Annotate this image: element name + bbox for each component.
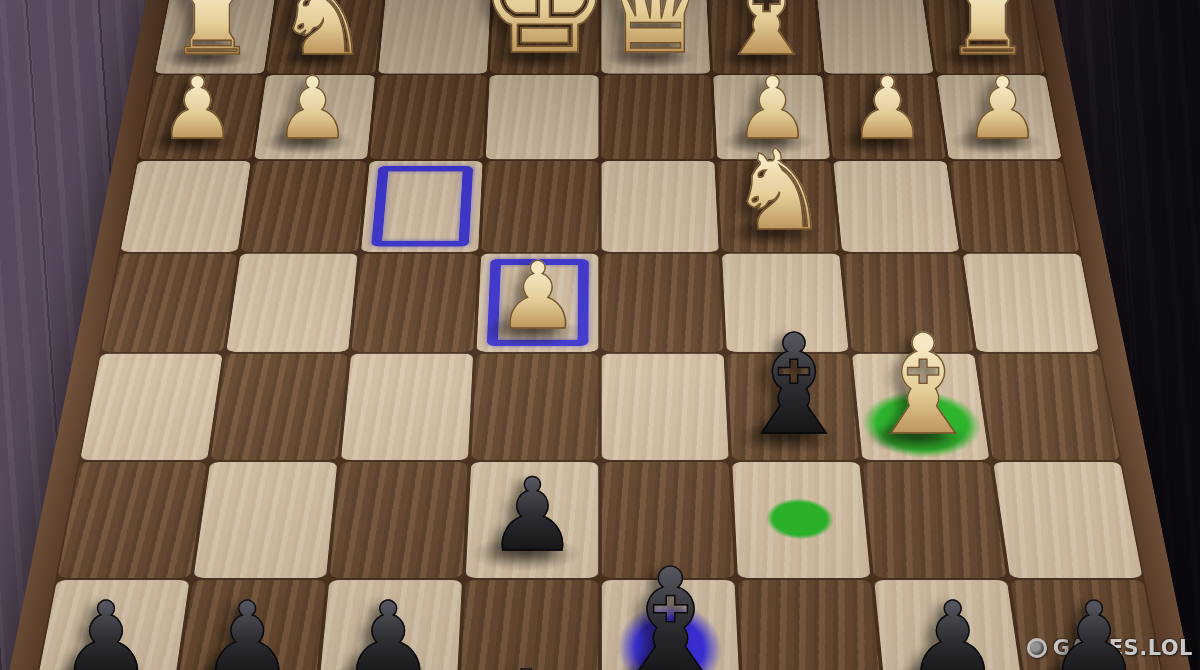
square-g4[interactable] bbox=[226, 254, 357, 352]
square-d5[interactable] bbox=[602, 354, 729, 460]
square-a6[interactable] bbox=[993, 462, 1142, 578]
chess-app-screen: ♜♞♚♛♝♜♟♟♟♟♟♞♟♝♝♟♟♟♟♝♟♟♛♚ GAMES.LOL bbox=[0, 0, 1200, 670]
square-c7[interactable] bbox=[738, 580, 883, 670]
black-bishop-c5[interactable]: ♝ bbox=[732, 317, 856, 455]
square-h4[interactable] bbox=[101, 254, 237, 352]
square-d3[interactable] bbox=[602, 161, 719, 252]
white-bishop-b5[interactable]: ♝ bbox=[862, 317, 986, 455]
square-e5[interactable] bbox=[471, 354, 598, 460]
black-pawn-f7[interactable]: ♟ bbox=[341, 588, 435, 670]
square-h5[interactable] bbox=[80, 354, 222, 460]
white-queen-d1[interactable]: ♛ bbox=[592, 0, 718, 74]
square-b3[interactable] bbox=[833, 161, 959, 252]
highlight-green-dot-c6 bbox=[765, 498, 835, 540]
black-pawn-e6[interactable]: ♟ bbox=[487, 466, 577, 567]
square-g3[interactable] bbox=[241, 161, 367, 252]
square-f3[interactable] bbox=[361, 161, 483, 252]
square-g5[interactable] bbox=[211, 354, 348, 460]
white-pawn-a2[interactable]: ♟ bbox=[964, 67, 1041, 153]
square-a3[interactable] bbox=[949, 161, 1079, 252]
square-a5[interactable] bbox=[977, 354, 1119, 460]
square-c6[interactable] bbox=[732, 462, 870, 578]
black-pawn-h7[interactable]: ♟ bbox=[59, 588, 153, 670]
white-knight-c3[interactable]: ♞ bbox=[729, 135, 829, 246]
black-king-e8[interactable]: ♚ bbox=[438, 646, 615, 670]
highlight-blue-square-outline-f3 bbox=[371, 166, 473, 246]
black-queen-d8[interactable]: ♛ bbox=[590, 654, 758, 670]
games-lol-logo-icon bbox=[1027, 638, 1047, 658]
white-pawn-h2[interactable]: ♟ bbox=[159, 67, 236, 153]
square-g6[interactable] bbox=[193, 462, 337, 578]
square-d2[interactable] bbox=[601, 75, 714, 159]
square-e3[interactable] bbox=[481, 161, 598, 252]
white-king-e1[interactable]: ♚ bbox=[478, 0, 611, 75]
square-d4[interactable] bbox=[602, 254, 724, 352]
square-b6[interactable] bbox=[863, 462, 1007, 578]
black-pawn-b7[interactable]: ♟ bbox=[906, 588, 1000, 670]
square-f6[interactable] bbox=[330, 462, 468, 578]
square-f4[interactable] bbox=[351, 254, 478, 352]
square-e2[interactable] bbox=[486, 75, 599, 159]
square-f1[interactable] bbox=[378, 0, 491, 74]
square-h3[interactable] bbox=[120, 161, 250, 252]
white-pawn-e4[interactable]: ♟ bbox=[496, 250, 579, 343]
white-pawn-b2[interactable]: ♟ bbox=[849, 67, 926, 153]
black-pawn-a7[interactable]: ♟ bbox=[1047, 588, 1141, 670]
square-f2[interactable] bbox=[370, 75, 487, 159]
square-h6[interactable] bbox=[57, 462, 206, 578]
black-pawn-g7[interactable]: ♟ bbox=[200, 588, 294, 670]
white-pawn-g2[interactable]: ♟ bbox=[274, 67, 351, 153]
square-f5[interactable] bbox=[341, 354, 473, 460]
